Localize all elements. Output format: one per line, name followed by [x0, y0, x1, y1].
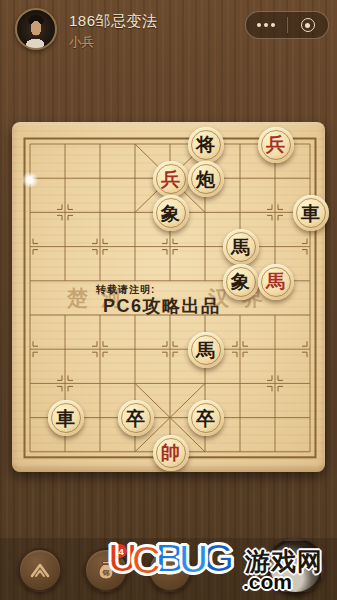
board-watermark-brand: PC6攻略出品: [103, 294, 221, 318]
more-button[interactable]: [246, 12, 287, 38]
target-circle-icon: [301, 18, 315, 32]
opponent-avatar-button[interactable]: [267, 538, 324, 595]
header: 186邹忌变法 小兵: [0, 0, 337, 60]
piece-black-車[interactable]: 車: [293, 195, 329, 231]
piece-black-象[interactable]: 象: [223, 264, 259, 300]
svg-text:锦: 锦: [102, 568, 110, 577]
piece-red-兵[interactable]: 兵: [153, 161, 189, 197]
hint-button[interactable]: [148, 548, 192, 592]
rank-label: 小兵: [69, 34, 94, 51]
piece-black-車[interactable]: 車: [48, 400, 84, 436]
piece-red-馬[interactable]: 馬: [258, 264, 294, 300]
piece-label: 馬: [266, 272, 285, 291]
piece-label: 将: [196, 135, 215, 154]
close-button[interactable]: [288, 12, 329, 38]
piece-black-将[interactable]: 将: [188, 127, 224, 163]
magic-lamp-icon: [158, 560, 182, 580]
piece-black-炮[interactable]: 炮: [188, 161, 224, 197]
xiangqi-board-panel: 楚河 汉界 将兵兵炮象車馬象馬馬車卒卒帥 转载请注明: PC6攻略出品: [12, 122, 325, 472]
pouch-badge: 14: [110, 544, 127, 558]
piece-black-卒[interactable]: 卒: [188, 400, 224, 436]
money-pouch-icon: 锦: [94, 558, 118, 582]
expand-menu-button[interactable]: [18, 548, 62, 592]
piece-black-卒[interactable]: 卒: [118, 400, 154, 436]
piece-label: 馬: [196, 341, 215, 360]
piece-label: 卒: [126, 409, 145, 428]
piece-label: 車: [56, 409, 75, 428]
piece-red-兵[interactable]: 兵: [258, 127, 294, 163]
piece-label: 馬: [231, 238, 250, 257]
piece-label: 帥: [161, 443, 180, 462]
piece-label: 車: [301, 204, 320, 223]
move-sparkle-icon: [22, 172, 38, 188]
piece-black-馬[interactable]: 馬: [188, 332, 224, 368]
piece-label: 象: [231, 272, 250, 291]
piece-label: 象: [161, 204, 180, 223]
app-screen: 186邹忌变法 小兵 楚河 汉界 将兵兵炮象車馬象馬馬車卒卒帥 转载请注明: P…: [0, 0, 337, 600]
piece-black-馬[interactable]: 馬: [223, 229, 259, 265]
piece-black-象[interactable]: 象: [153, 195, 189, 231]
piece-label: 兵: [161, 170, 180, 189]
piece-red-帥[interactable]: 帥: [153, 435, 189, 471]
page-title: 186邹忌变法: [69, 12, 158, 31]
miniprogram-capsule: [245, 11, 329, 39]
player-portrait-avatar[interactable]: [15, 8, 57, 50]
piece-label: 炮: [196, 170, 215, 189]
chevron-up-icon: [29, 561, 51, 579]
more-dots-icon: [257, 23, 275, 27]
piece-label: 兵: [266, 135, 285, 154]
piece-label: 卒: [196, 409, 215, 428]
